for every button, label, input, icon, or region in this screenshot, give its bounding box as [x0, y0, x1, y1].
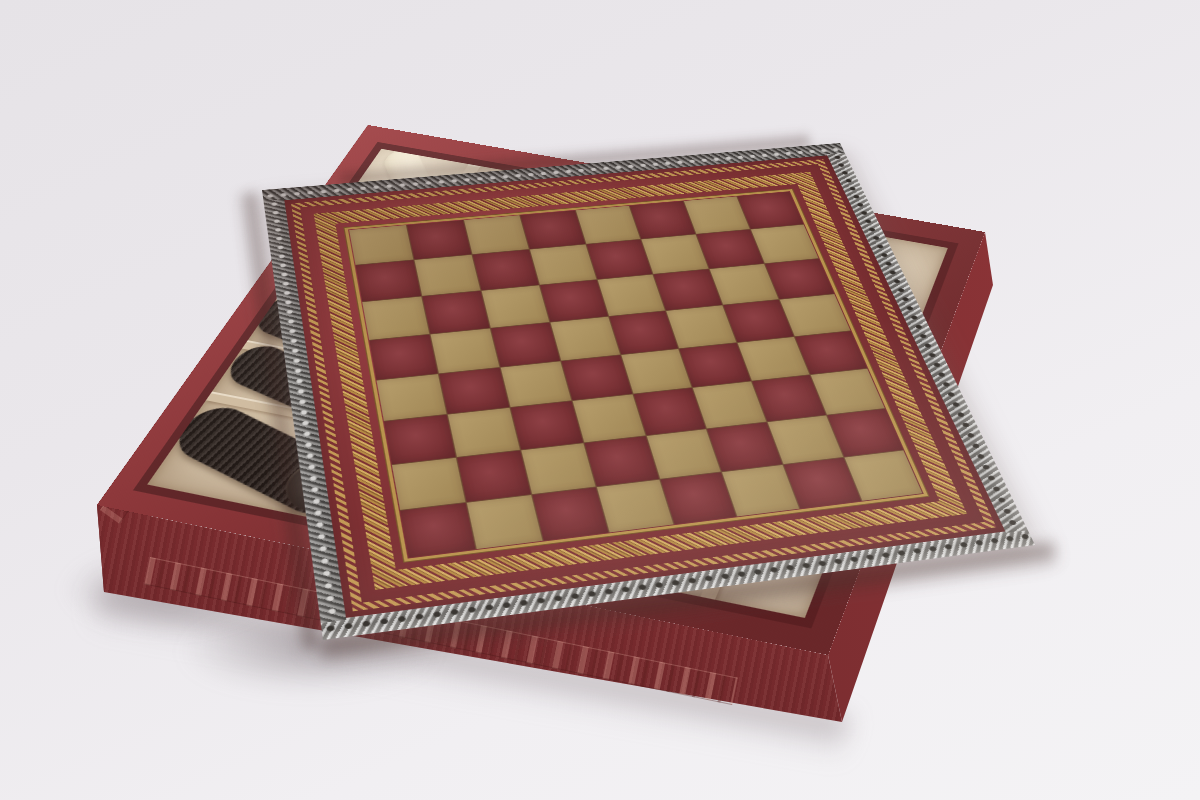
square-b8 [407, 220, 471, 259]
square-c1 [532, 487, 608, 540]
square-a5 [369, 334, 437, 379]
square-a7 [356, 260, 421, 301]
square-c5 [491, 322, 560, 366]
square-a2 [392, 458, 465, 510]
square-c4 [500, 361, 571, 407]
square-c3 [510, 401, 582, 449]
product-photo-scene [0, 0, 1200, 800]
square-b7 [414, 255, 480, 296]
square-d2 [584, 436, 658, 486]
square-d7 [530, 244, 596, 284]
square-c2 [521, 444, 595, 495]
square-a4 [376, 374, 446, 421]
square-a1 [400, 503, 475, 558]
chessboard [262, 143, 1035, 640]
square-c7 [472, 250, 538, 290]
square-e6 [597, 274, 665, 315]
square-a6 [362, 296, 429, 339]
square-b4 [439, 367, 509, 414]
square-d3 [572, 395, 645, 443]
square-a8 [349, 225, 413, 265]
square-e8 [575, 206, 640, 244]
square-d6 [540, 280, 608, 322]
square-c8 [464, 215, 529, 254]
square-b5 [430, 328, 499, 373]
square-d4 [561, 355, 632, 401]
square-c6 [481, 285, 549, 327]
square-b2 [457, 451, 531, 502]
square-d5 [550, 317, 619, 361]
square-b3 [448, 408, 520, 457]
square-a3 [384, 415, 456, 465]
square-b6 [422, 291, 489, 334]
square-b1 [467, 495, 543, 549]
square-e7 [586, 239, 653, 279]
square-d1 [597, 480, 673, 533]
square-d8 [520, 210, 585, 248]
